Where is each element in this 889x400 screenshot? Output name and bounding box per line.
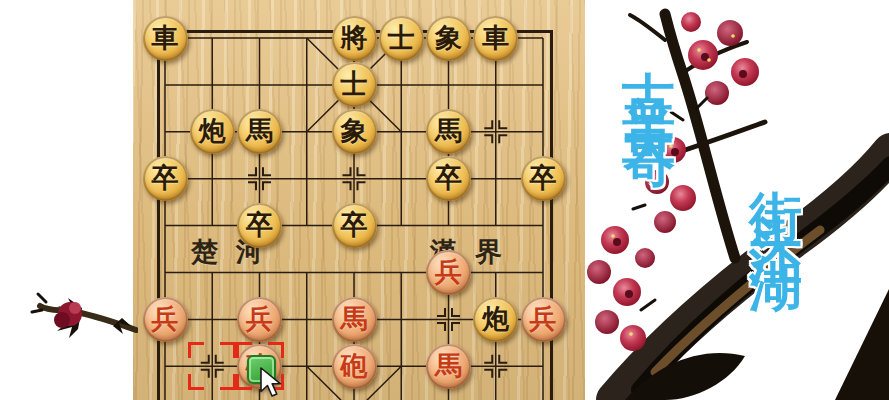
piece-red-f5r6[interactable]: 馬 — [332, 297, 377, 342]
piece-black-f7r0[interactable]: 象 — [426, 16, 471, 61]
piece-red-f5r7[interactable]: 砲 — [332, 344, 377, 389]
piece-red-f7r7[interactable]: 馬 — [426, 344, 471, 389]
piece-black-f8r6[interactable]: 炮 — [473, 297, 518, 342]
left-branch-art — [18, 278, 138, 356]
piece-black-f2r2[interactable]: 炮 — [190, 109, 235, 154]
piece-black-f8r0[interactable]: 車 — [473, 16, 518, 61]
piece-black-f5r2[interactable]: 象 — [332, 109, 377, 154]
caption-column-right: 街头江湖 — [740, 148, 812, 240]
caption-column-left: 古普大哥 — [613, 28, 685, 120]
piece-black-f1r3[interactable]: 卒 — [143, 156, 188, 201]
piece-red-f1r6[interactable]: 兵 — [143, 297, 188, 342]
piece-black-f7r2[interactable]: 馬 — [426, 109, 471, 154]
piece-black-f5r4[interactable]: 卒 — [332, 203, 377, 248]
piece-red-f7r5[interactable]: 兵 — [426, 250, 471, 295]
piece-black-f5r0[interactable]: 將 — [332, 16, 377, 61]
game-screen: 楚河 漢界 車將士象車士炮馬象馬卒卒卒卒卒兵兵兵馬炮兵砲砲馬 — [0, 0, 889, 400]
piece-black-f3r4[interactable]: 卒 — [237, 203, 282, 248]
piece-black-f7r3[interactable]: 卒 — [426, 156, 471, 201]
piece-black-f1r0[interactable]: 車 — [143, 16, 188, 61]
piece-black-f3r2[interactable]: 馬 — [237, 109, 282, 154]
piece-red-f3r6[interactable]: 兵 — [237, 297, 282, 342]
mouse-cursor-icon — [258, 366, 288, 399]
piece-black-f6r0[interactable]: 士 — [379, 16, 424, 61]
piece-red-f9r6[interactable]: 兵 — [521, 297, 566, 342]
piece-black-f9r3[interactable]: 卒 — [521, 156, 566, 201]
piece-black-f5r1[interactable]: 士 — [332, 62, 377, 107]
